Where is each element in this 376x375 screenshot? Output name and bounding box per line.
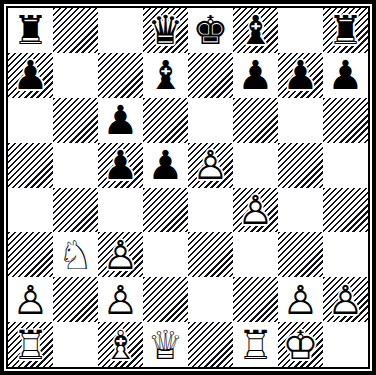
piece-black-pawn[interactable]: ♟♟	[278, 53, 323, 98]
piece-glyph-layer: ♙	[323, 277, 368, 322]
piece-black-pawn[interactable]: ♟♟	[323, 53, 368, 98]
piece-white-bishop[interactable]: ♝♗	[98, 322, 143, 367]
square-b4[interactable]	[53, 188, 98, 233]
square-h1[interactable]	[323, 322, 368, 367]
square-f2[interactable]	[233, 277, 278, 322]
square-g4[interactable]	[278, 188, 323, 233]
square-f6[interactable]	[233, 98, 278, 143]
piece-glyph-layer: ♙	[98, 232, 143, 277]
square-f1[interactable]: ♜♖	[233, 322, 278, 367]
piece-glyph-layer: ♟	[143, 143, 188, 188]
piece-white-pawn[interactable]: ♟♙	[98, 277, 143, 322]
piece-glyph-layer: ♗	[98, 322, 143, 367]
piece-black-rook[interactable]: ♜♜	[323, 8, 368, 53]
piece-glyph-layer: ♙	[233, 188, 278, 233]
piece-glyph-layer: ♘	[53, 232, 98, 277]
square-f8[interactable]: ♝♝	[233, 8, 278, 53]
piece-glyph-layer: ♝	[233, 8, 278, 53]
piece-white-pawn[interactable]: ♟♙	[188, 143, 233, 188]
square-a8[interactable]: ♜♜	[8, 8, 53, 53]
square-d4[interactable]	[143, 188, 188, 233]
square-b2[interactable]	[53, 277, 98, 322]
piece-white-pawn[interactable]: ♟♙	[278, 277, 323, 322]
piece-black-pawn[interactable]: ♟♟	[8, 53, 53, 98]
piece-glyph-layer: ♝	[143, 53, 188, 98]
piece-black-bishop[interactable]: ♝♝	[233, 8, 278, 53]
square-c3[interactable]: ♟♙	[98, 232, 143, 277]
piece-black-bishop[interactable]: ♝♝	[143, 53, 188, 98]
square-d3[interactable]	[143, 232, 188, 277]
piece-black-king[interactable]: ♚♚	[188, 8, 233, 53]
piece-white-pawn[interactable]: ♟♙	[233, 188, 278, 233]
chess-diagram-inner-border: ♜♜♛♛♚♚♝♝♜♜♟♟♝♝♟♟♟♟♟♟♟♟♟♟♟♟♟♙♟♙♞♘♟♙♟♙♟♙♟♙…	[6, 6, 370, 369]
square-c1[interactable]: ♝♗	[98, 322, 143, 367]
piece-glyph-layer: ♟	[98, 98, 143, 143]
piece-white-king[interactable]: ♚♔	[278, 322, 323, 367]
square-a5[interactable]	[8, 143, 53, 188]
square-b1[interactable]	[53, 322, 98, 367]
square-c6[interactable]: ♟♟	[98, 98, 143, 143]
square-a1[interactable]: ♜♖	[8, 322, 53, 367]
square-h5[interactable]	[323, 143, 368, 188]
square-e2[interactable]	[188, 277, 233, 322]
square-f5[interactable]	[233, 143, 278, 188]
square-g5[interactable]	[278, 143, 323, 188]
piece-glyph-layer: ♟	[8, 53, 53, 98]
square-g7[interactable]: ♟♟	[278, 53, 323, 98]
square-c8[interactable]	[98, 8, 143, 53]
square-b3[interactable]: ♞♘	[53, 232, 98, 277]
piece-white-knight[interactable]: ♞♘	[53, 232, 98, 277]
square-e4[interactable]	[188, 188, 233, 233]
square-d2[interactable]	[143, 277, 188, 322]
square-e8[interactable]: ♚♚	[188, 8, 233, 53]
square-g2[interactable]: ♟♙	[278, 277, 323, 322]
square-b6[interactable]	[53, 98, 98, 143]
square-f7[interactable]: ♟♟	[233, 53, 278, 98]
piece-glyph-layer: ♙	[188, 143, 233, 188]
square-a7[interactable]: ♟♟	[8, 53, 53, 98]
square-d8[interactable]: ♛♛	[143, 8, 188, 53]
square-d5[interactable]: ♟♟	[143, 143, 188, 188]
piece-black-queen[interactable]: ♛♛	[143, 8, 188, 53]
square-g6[interactable]	[278, 98, 323, 143]
square-e3[interactable]	[188, 232, 233, 277]
square-b5[interactable]	[53, 143, 98, 188]
piece-black-pawn[interactable]: ♟♟	[233, 53, 278, 98]
square-g8[interactable]	[278, 8, 323, 53]
piece-glyph-layer: ♙	[98, 277, 143, 322]
piece-glyph-layer: ♜	[8, 8, 53, 53]
square-c5[interactable]: ♟♟	[98, 143, 143, 188]
piece-black-pawn[interactable]: ♟♟	[98, 98, 143, 143]
piece-glyph-layer: ♖	[8, 322, 53, 367]
piece-white-rook[interactable]: ♜♖	[233, 322, 278, 367]
square-e6[interactable]	[188, 98, 233, 143]
square-h8[interactable]: ♜♜	[323, 8, 368, 53]
square-f4[interactable]: ♟♙	[233, 188, 278, 233]
piece-white-pawn[interactable]: ♟♙	[98, 232, 143, 277]
piece-white-rook[interactable]: ♜♖	[8, 322, 53, 367]
piece-glyph-layer: ♜	[323, 8, 368, 53]
piece-glyph-layer: ♖	[233, 322, 278, 367]
square-a4[interactable]	[8, 188, 53, 233]
piece-glyph-layer: ♟	[98, 143, 143, 188]
square-h6[interactable]	[323, 98, 368, 143]
square-b8[interactable]	[53, 8, 98, 53]
square-a3[interactable]	[8, 232, 53, 277]
piece-glyph-layer: ♙	[8, 277, 53, 322]
piece-glyph-layer: ♟	[323, 53, 368, 98]
piece-black-pawn[interactable]: ♟♟	[98, 143, 143, 188]
square-a6[interactable]	[8, 98, 53, 143]
chess-diagram-frame: ♜♜♛♛♚♚♝♝♜♜♟♟♝♝♟♟♟♟♟♟♟♟♟♟♟♟♟♙♟♙♞♘♟♙♟♙♟♙♟♙…	[0, 0, 376, 375]
square-c2[interactable]: ♟♙	[98, 277, 143, 322]
piece-black-pawn[interactable]: ♟♟	[143, 143, 188, 188]
square-g1[interactable]: ♚♔	[278, 322, 323, 367]
piece-glyph-layer: ♛	[143, 8, 188, 53]
square-e5[interactable]: ♟♙	[188, 143, 233, 188]
piece-white-queen[interactable]: ♛♕	[143, 322, 188, 367]
square-h2[interactable]: ♟♙	[323, 277, 368, 322]
square-e1[interactable]	[188, 322, 233, 367]
square-b7[interactable]	[53, 53, 98, 98]
square-f3[interactable]	[233, 232, 278, 277]
piece-white-pawn[interactable]: ♟♙	[8, 277, 53, 322]
square-g3[interactable]	[278, 232, 323, 277]
piece-glyph-layer: ♙	[278, 277, 323, 322]
piece-white-pawn[interactable]: ♟♙	[323, 277, 368, 322]
square-d7[interactable]: ♝♝	[143, 53, 188, 98]
piece-glyph-layer: ♚	[188, 8, 233, 53]
square-a2[interactable]: ♟♙	[8, 277, 53, 322]
square-c4[interactable]	[98, 188, 143, 233]
square-e7[interactable]	[188, 53, 233, 98]
square-c7[interactable]	[98, 53, 143, 98]
piece-glyph-layer: ♔	[278, 322, 323, 367]
square-h3[interactable]	[323, 232, 368, 277]
square-d6[interactable]	[143, 98, 188, 143]
square-h7[interactable]: ♟♟	[323, 53, 368, 98]
piece-glyph-layer: ♕	[143, 322, 188, 367]
chess-board: ♜♜♛♛♚♚♝♝♜♜♟♟♝♝♟♟♟♟♟♟♟♟♟♟♟♟♟♙♟♙♞♘♟♙♟♙♟♙♟♙…	[8, 8, 368, 367]
square-h4[interactable]	[323, 188, 368, 233]
piece-black-rook[interactable]: ♜♜	[8, 8, 53, 53]
piece-glyph-layer: ♟	[233, 53, 278, 98]
piece-glyph-layer: ♟	[278, 53, 323, 98]
square-d1[interactable]: ♛♕	[143, 322, 188, 367]
